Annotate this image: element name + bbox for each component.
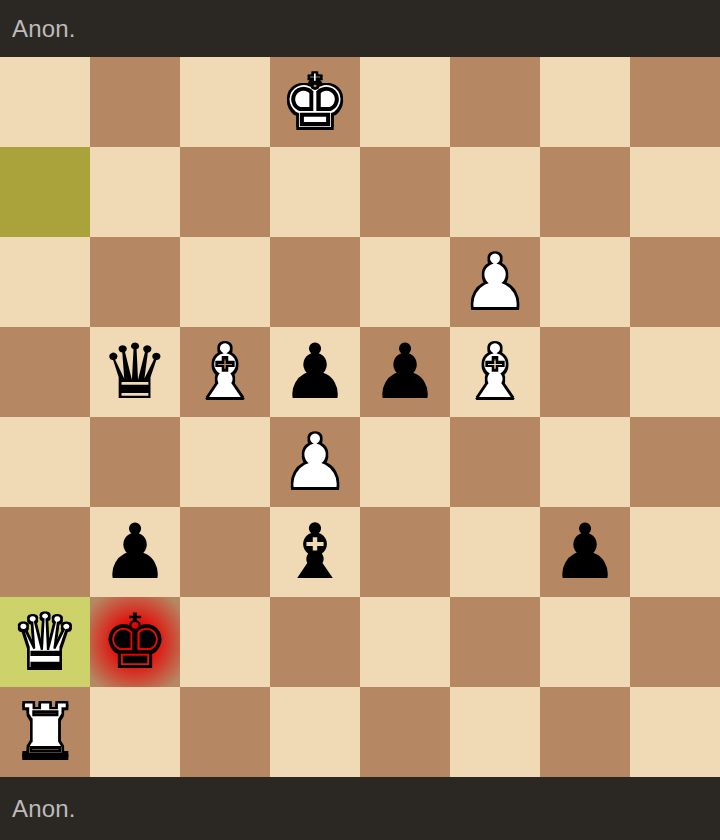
square-b1[interactable] <box>90 687 180 777</box>
square-d1[interactable] <box>270 687 360 777</box>
square-d2[interactable] <box>270 597 360 687</box>
square-b6[interactable] <box>90 237 180 327</box>
white-rook[interactable]: ♜ <box>11 694 79 770</box>
white-bishop[interactable]: ♝ <box>461 334 529 410</box>
white-queen[interactable]: ♛ <box>11 604 79 680</box>
square-e3[interactable] <box>360 507 450 597</box>
square-a3[interactable] <box>0 507 90 597</box>
square-c8[interactable] <box>180 57 270 147</box>
square-f4[interactable] <box>450 417 540 507</box>
square-g1[interactable] <box>540 687 630 777</box>
square-g3[interactable]: ♟ <box>540 507 630 597</box>
black-pawn[interactable]: ♟ <box>371 334 439 410</box>
square-h8[interactable] <box>630 57 720 147</box>
square-h2[interactable] <box>630 597 720 687</box>
square-g5[interactable] <box>540 327 630 417</box>
square-d6[interactable] <box>270 237 360 327</box>
square-d4[interactable]: ♟ <box>270 417 360 507</box>
square-h6[interactable] <box>630 237 720 327</box>
square-e5[interactable]: ♟ <box>360 327 450 417</box>
square-d7[interactable] <box>270 147 360 237</box>
square-g8[interactable] <box>540 57 630 147</box>
bottom-player-bar: Anon. <box>0 777 720 840</box>
square-a6[interactable] <box>0 237 90 327</box>
square-c3[interactable] <box>180 507 270 597</box>
square-g7[interactable] <box>540 147 630 237</box>
square-f7[interactable] <box>450 147 540 237</box>
square-e7[interactable] <box>360 147 450 237</box>
square-b7[interactable] <box>90 147 180 237</box>
square-b8[interactable] <box>90 57 180 147</box>
square-a8[interactable] <box>0 57 90 147</box>
square-b3[interactable]: ♟ <box>90 507 180 597</box>
square-c6[interactable] <box>180 237 270 327</box>
square-f1[interactable] <box>450 687 540 777</box>
square-e8[interactable] <box>360 57 450 147</box>
square-c2[interactable] <box>180 597 270 687</box>
black-pawn[interactable]: ♟ <box>281 334 349 410</box>
black-pawn[interactable]: ♟ <box>101 514 169 590</box>
square-b2[interactable]: ♚ <box>90 597 180 687</box>
square-h3[interactable] <box>630 507 720 597</box>
square-h7[interactable] <box>630 147 720 237</box>
white-pawn[interactable]: ♟ <box>281 424 349 500</box>
black-king[interactable]: ♚ <box>101 604 169 680</box>
square-e2[interactable] <box>360 597 450 687</box>
square-d5[interactable]: ♟ <box>270 327 360 417</box>
square-h5[interactable] <box>630 327 720 417</box>
square-c5[interactable]: ♝ <box>180 327 270 417</box>
square-h1[interactable] <box>630 687 720 777</box>
white-pawn[interactable]: ♟ <box>461 244 529 320</box>
square-e1[interactable] <box>360 687 450 777</box>
square-h4[interactable] <box>630 417 720 507</box>
square-e6[interactable] <box>360 237 450 327</box>
square-g2[interactable] <box>540 597 630 687</box>
black-bishop[interactable]: ♝ <box>281 514 349 590</box>
square-c4[interactable] <box>180 417 270 507</box>
chess-board: ♚♟♛♝♟♟♝♟♟♝♟♛♚♜ <box>0 57 720 777</box>
square-a5[interactable] <box>0 327 90 417</box>
square-f2[interactable] <box>450 597 540 687</box>
square-a1[interactable]: ♜ <box>0 687 90 777</box>
square-d3[interactable]: ♝ <box>270 507 360 597</box>
white-king[interactable]: ♚ <box>281 64 349 140</box>
bottom-player-name: Anon. <box>12 795 76 823</box>
square-a2[interactable]: ♛ <box>0 597 90 687</box>
square-c1[interactable] <box>180 687 270 777</box>
square-g6[interactable] <box>540 237 630 327</box>
square-b5[interactable]: ♛ <box>90 327 180 417</box>
square-e4[interactable] <box>360 417 450 507</box>
square-c7[interactable] <box>180 147 270 237</box>
square-a7[interactable] <box>0 147 90 237</box>
square-a4[interactable] <box>0 417 90 507</box>
square-f3[interactable] <box>450 507 540 597</box>
black-queen[interactable]: ♛ <box>101 334 169 410</box>
square-d8[interactable]: ♚ <box>270 57 360 147</box>
top-player-bar: Anon. <box>0 0 720 57</box>
black-pawn[interactable]: ♟ <box>551 514 619 590</box>
square-f5[interactable]: ♝ <box>450 327 540 417</box>
square-f8[interactable] <box>450 57 540 147</box>
white-bishop[interactable]: ♝ <box>191 334 259 410</box>
square-g4[interactable] <box>540 417 630 507</box>
square-b4[interactable] <box>90 417 180 507</box>
square-f6[interactable]: ♟ <box>450 237 540 327</box>
top-player-name: Anon. <box>12 15 76 43</box>
